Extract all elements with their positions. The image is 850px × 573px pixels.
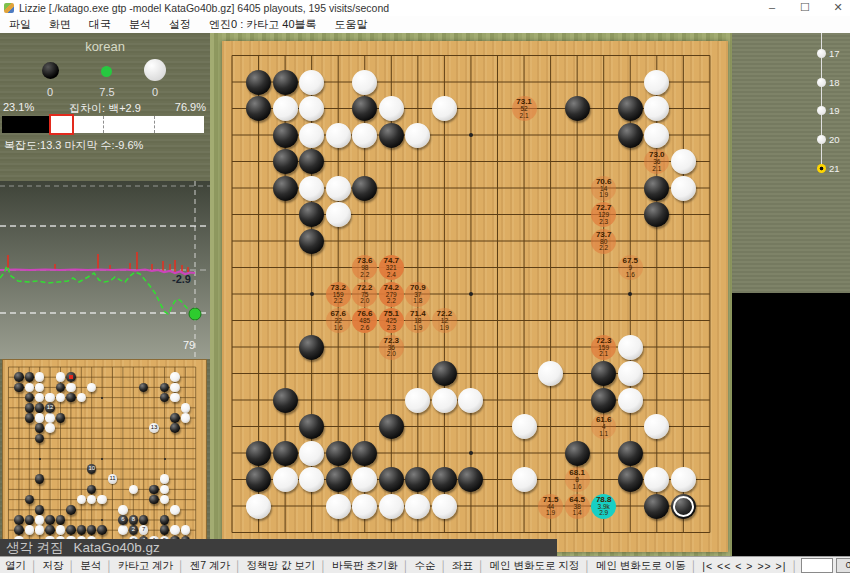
star-point [469,133,473,137]
menu-item[interactable]: 화면 [40,17,80,32]
move-tree-node-label: 20 [829,134,840,145]
black-stone [246,441,271,466]
move-tree-node-label: 21 [829,163,840,174]
best-candidate-move[interactable]: 78.83.9k2.9 [591,494,616,519]
black-stone [97,525,107,535]
toolbar-button[interactable]: 좌표 [447,559,478,573]
close-icon[interactable]: ✕ [824,0,850,16]
white-stone [352,123,377,148]
white-stone [671,149,696,174]
star-point [310,292,314,296]
black-stone [45,515,55,525]
black-stone [35,505,45,515]
black-stone [432,361,457,386]
candidate-move[interactable]: 74.73212.4 [379,255,404,280]
maximize-icon[interactable]: ☐ [791,0,819,16]
black-stone [56,413,66,423]
white-stone [25,525,35,535]
black-stone [56,515,66,525]
candidate-move[interactable]: 73.1522.1 [512,96,537,121]
black-stone [273,441,298,466]
menu-item[interactable]: 분석 [120,17,160,32]
toolbar-button[interactable]: 메인 변화도로 이동 [591,559,691,573]
white-winrate: 76.9% [175,101,206,113]
white-stone [299,467,324,492]
white-stone [170,393,180,403]
toolbar-button[interactable]: 저장 [38,559,69,573]
menu-bar: 파일화면대국분석설정엔진0 : 카타고 40블록도움말 [0,16,850,34]
white-stone [538,361,563,386]
black-stone [273,70,298,95]
candidate-move[interactable]: 67.591.6 [618,255,643,280]
candidate-move[interactable]: 70.9371.8 [405,282,430,307]
black-stone [14,383,24,393]
black-stone [273,149,298,174]
window-title: Lizzie [./katago.exe gtp -model KataGo40… [19,0,389,16]
black-stone [160,515,170,525]
candidate-move[interactable]: 73.21592.2 [326,282,351,307]
toolbar-button[interactable]: 메인 변화도로 지정 [485,559,585,573]
candidate-move[interactable]: 72.31592.1 [591,335,616,360]
move-tree-current-node[interactable] [817,164,826,173]
white-stone [66,383,76,393]
white-stone [458,388,483,413]
white-stone [326,123,351,148]
winrate-bar[interactable] [2,116,204,133]
white-stone [170,525,180,535]
candidate-move[interactable]: 68.181.6 [565,467,590,492]
engine-name: KataGo40b.gz [74,540,160,555]
black-stone [273,176,298,201]
black-stone [77,525,87,535]
star-point [469,451,473,455]
star-point [469,292,473,296]
lizzie-window: Lizzie [./katago.exe gtp -model KataGo40… [0,0,850,573]
black-stone [671,494,696,519]
candidate-move[interactable]: 61.641.1 [591,414,616,439]
black-stone [246,96,271,121]
white-stone [644,70,669,95]
winrate-labels: 23.1% 집차이: 백+2.9 76.9% [0,101,210,115]
candidate-move[interactable]: 74.22792.2 [379,282,404,307]
star-point [101,458,103,460]
white-stone [170,383,180,393]
black-stone [565,96,590,121]
black-stone [35,403,45,413]
komi-value: 7.5 [87,86,127,98]
black-stone [591,388,616,413]
white-stone [170,372,180,382]
white-stone [432,388,457,413]
black-stone [618,123,643,148]
black-stone [273,123,298,148]
black-stone [149,485,159,495]
complexity-stats: 복잡도:13.3 마지막 수:-9.6% [4,138,143,153]
candidate-move[interactable]: 67.6221.6 [326,308,351,333]
black-stone [246,467,271,492]
move-tree-node-label: 17 [829,48,840,59]
white-stone [618,335,643,360]
white-stone [618,388,643,413]
black-stone [66,505,76,515]
winrate-bar-marker [49,114,74,135]
pv-move-stone: 2 [129,525,139,535]
rules-label: korean [0,39,210,54]
white-stone [352,70,377,95]
white-stone [299,123,324,148]
bottom-toolbar: 열기│저장│분석│카타고 계가│젠7 계가│정책망 값 보기│바둑판 초기화│수… [0,556,850,573]
move-tree-node[interactable] [817,78,826,87]
title-bar[interactable]: Lizzie [./katago.exe gtp -model KataGo40… [0,0,850,16]
white-stone [405,494,430,519]
black-stone [299,229,324,254]
white-stone [512,414,537,439]
black-stone [299,414,324,439]
black-capture-stone-icon [42,62,59,79]
candidate-move[interactable]: 71.4181.9 [405,308,430,333]
star-point [101,397,103,399]
black-stone [45,525,55,535]
white-stone [618,361,643,386]
black-stone [618,467,643,492]
black-stone [14,515,24,525]
black-stone [14,372,24,382]
graph-move-number: 79 [183,339,195,351]
toolbar-separator: │ [791,560,798,572]
menu-item[interactable]: 파일 [0,17,40,32]
toolbar-button[interactable]: 수순 [409,559,440,573]
candidate-move[interactable]: 73.7802.2 [591,229,616,254]
winrate-bar-gridline [103,116,104,133]
black-stone [326,467,351,492]
candidate-move[interactable]: 72.71292.3 [591,202,616,227]
jump-button[interactable]: 이동 [836,558,850,573]
white-stone [118,505,128,515]
pv-move-stone: 13 [149,423,159,433]
toolbar-button[interactable]: 젠7 계가 [185,559,235,573]
white-stone [118,525,128,535]
white-stone [181,525,191,535]
black-stone [25,515,35,525]
black-stone [352,441,377,466]
current-move-dot [189,308,201,320]
red-move-marker [69,375,73,379]
menu-item[interactable]: 설정 [160,17,200,32]
menu-item[interactable]: 도움말 [326,17,377,32]
black-stone [170,423,180,433]
white-stone [181,403,191,413]
move-tree-panel[interactable]: 1718192021 [732,33,850,293]
white-stone [246,494,271,519]
candidate-move[interactable]: 73.6982.2 [352,255,377,280]
thinking-status: 생각 켜짐 [6,540,64,555]
white-capture-stone-icon [144,59,166,81]
candidate-move[interactable]: 76.64852.6 [352,308,377,333]
white-stone [405,388,430,413]
black-stone [644,176,669,201]
white-stone [45,413,55,423]
black-stone [170,413,180,423]
white-stone [326,494,351,519]
black-stone [618,96,643,121]
white-stone [432,494,457,519]
black-stone [25,413,35,423]
black-stone [25,372,35,382]
white-stone [379,494,404,519]
move-tree-node[interactable] [817,49,826,58]
main-go-board[interactable]: 73.1522.173.0362.170.6141.972.71292.373.… [222,41,728,552]
toolbar-button[interactable]: 카타고 계가 [113,559,178,573]
winrate-graph[interactable]: -2.9 79 [0,181,210,359]
white-stone [352,494,377,519]
white-stone [671,467,696,492]
white-stone [273,96,298,121]
white-stone [45,423,55,433]
last-move-marker [673,496,694,517]
black-stone [379,123,404,148]
move-tree-node-label: 18 [829,77,840,88]
black-stone [432,467,457,492]
black-capture-count: 0 [30,86,70,98]
black-stone [66,525,76,535]
toolbar-button[interactable]: 정책망 값 보기 [242,559,321,573]
status-bar: 생각 켜짐 KataGo40b.gz [0,539,557,556]
candidate-move[interactable]: 73.0362.1 [644,149,669,174]
graph-score-label: -2.9 [172,273,191,285]
move-number-input[interactable] [801,558,833,573]
empty-panel [732,293,850,556]
white-stone [432,96,457,121]
white-stone [671,176,696,201]
black-stone [379,414,404,439]
white-stone [326,176,351,201]
white-stone [405,123,430,148]
white-stone [644,123,669,148]
candidate-move[interactable]: 70.6141.9 [591,176,616,201]
last-game-move-stone [66,372,76,382]
app-icon [4,3,14,13]
candidate-move[interactable]: 72.3362.0 [379,335,404,360]
white-stone [299,176,324,201]
side-panel: korean 0 7.5 0 23.1% 집차이: 백+2.9 76.9% 복잡… [0,33,210,539]
black-stone [644,494,669,519]
minimize-icon[interactable]: – [758,0,786,16]
navigation-buttons[interactable]: |< << < > >> >| [697,560,791,572]
candidate-move[interactable]: 71.5441.9 [538,494,563,519]
white-capture-count: 0 [135,86,175,98]
candidate-move[interactable]: 72.2752.0 [352,282,377,307]
toolbar-button[interactable]: 열기 [0,559,31,573]
candidate-move[interactable]: 72.2121.9 [432,308,457,333]
white-stone [273,467,298,492]
star-point [39,458,41,460]
black-stone [299,202,324,227]
score-line [0,266,195,314]
black-stone [25,403,35,413]
white-stone [512,467,537,492]
pv-move-stone: 6 [118,515,128,525]
white-stone [299,96,324,121]
pv-move-stone: 12 [45,403,55,413]
white-stone [170,505,180,515]
white-stone [379,96,404,121]
winrate-bar-gridline [154,116,155,133]
black-stone [299,335,324,360]
white-stone [299,70,324,95]
white-stone [299,441,324,466]
black-stone [273,388,298,413]
black-stone [14,525,24,535]
black-stone [565,441,590,466]
black-stone [299,149,324,174]
black-stone [352,176,377,201]
toolbar-button[interactable]: 분석 [75,559,106,573]
black-stone [379,467,404,492]
black-stone [618,441,643,466]
candidate-move[interactable]: 75.14252.3 [379,308,404,333]
candidate-move[interactable]: 64.5381.4 [565,494,590,519]
black-stone [326,441,351,466]
winrate-bar-black-segment [2,116,49,133]
move-tree-node-label: 19 [829,105,840,116]
black-stone [246,70,271,95]
menu-item[interactable]: 대국 [80,17,120,32]
white-stone [326,202,351,227]
komi-dot-icon [101,66,112,77]
black-stone [66,393,76,403]
white-stone [181,413,191,423]
toolbar-button[interactable]: 바둑판 초기화 [327,559,403,573]
menu-item[interactable]: 엔진0 : 카타고 40블록 [200,17,326,32]
pv-move-stone: 8 [129,515,139,525]
star-point [164,458,166,460]
